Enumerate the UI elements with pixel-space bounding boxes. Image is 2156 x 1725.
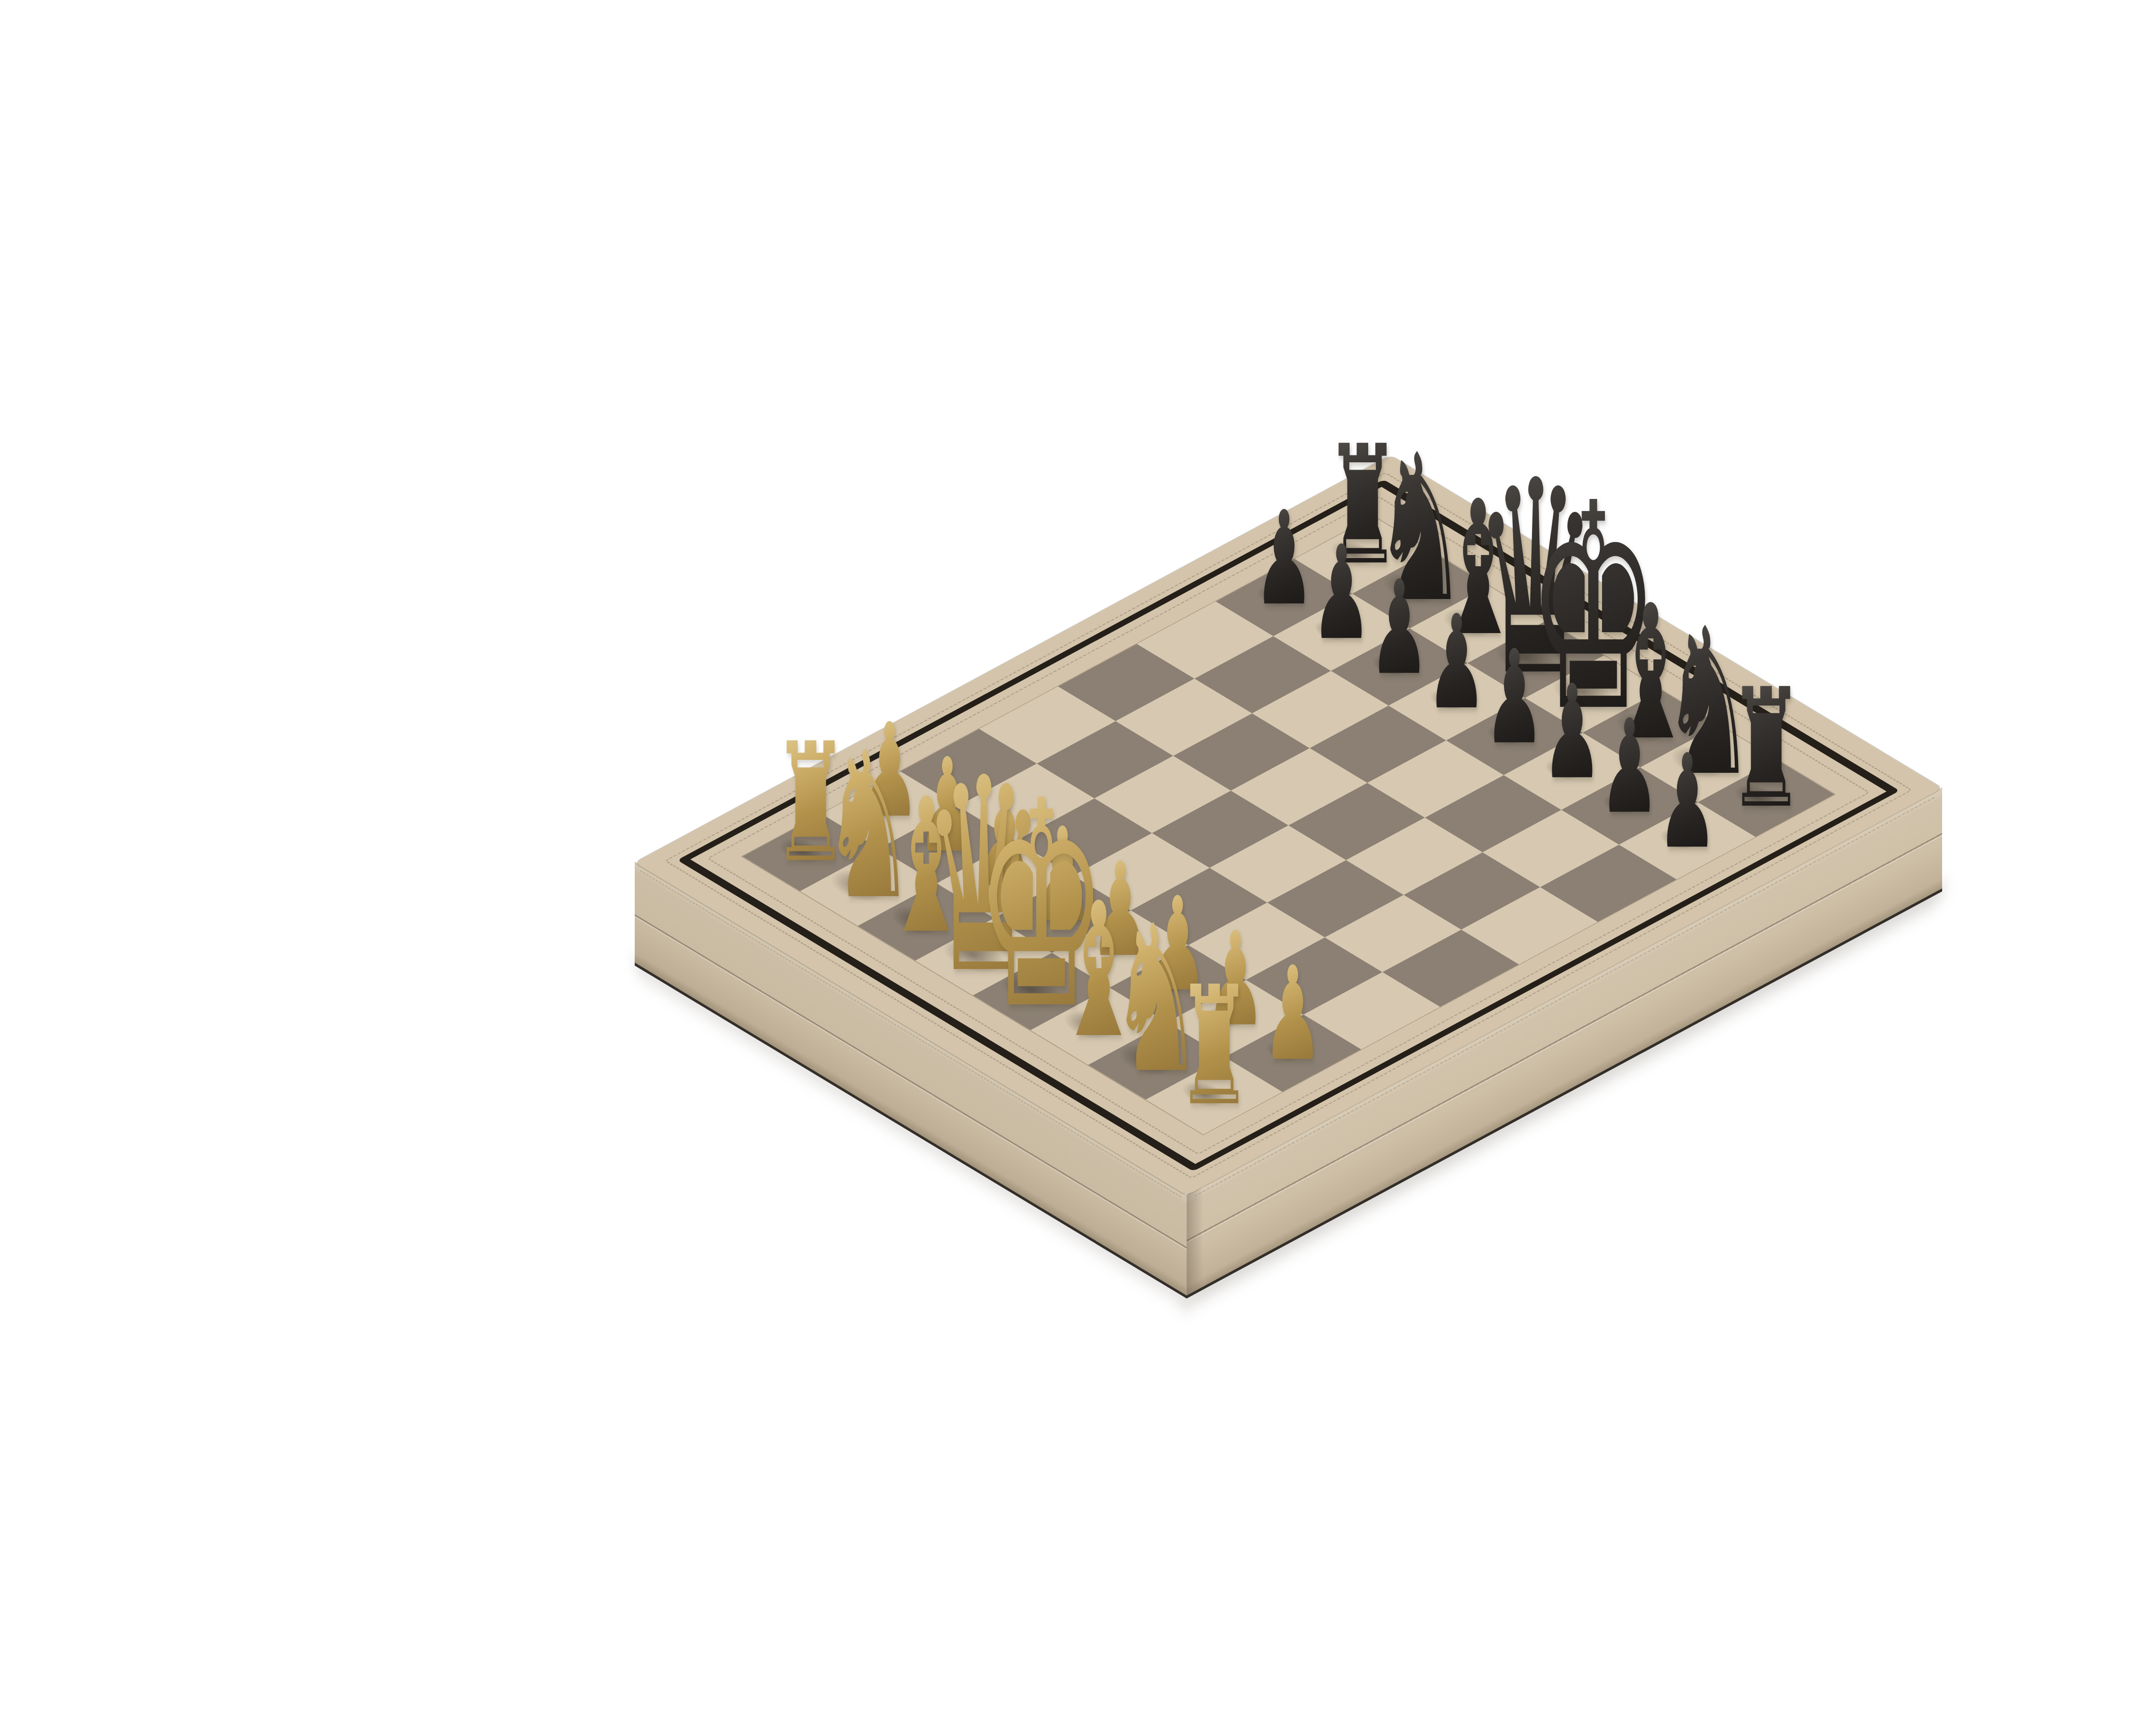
black-pawn-f7[interactable]: ♟ bbox=[1542, 668, 1602, 797]
black-pawn-g7[interactable]: ♟ bbox=[1599, 703, 1660, 832]
black-pawn-a7[interactable]: ♟ bbox=[1254, 494, 1314, 624]
white-rook-h1[interactable]: ♜ bbox=[1176, 965, 1252, 1129]
black-pawn-e7[interactable]: ♟ bbox=[1484, 633, 1545, 762]
white-pawn-h2[interactable]: ♟ bbox=[1263, 950, 1323, 1079]
black-rook-h8[interactable]: ♜ bbox=[1728, 667, 1804, 831]
product-photo-scene: ♜♞♝♛♚♝♞♜♟♟♟♟♟♟♟♟♟♟♟♟♟♟♟♟♜♞♝♛♚♝♞♜ bbox=[0, 0, 2156, 1725]
black-pawn-b7[interactable]: ♟ bbox=[1311, 529, 1372, 658]
black-pawn-h7[interactable]: ♟ bbox=[1657, 737, 1717, 867]
black-pawn-c7[interactable]: ♟ bbox=[1369, 564, 1429, 693]
pieces-layer: ♜♞♝♛♚♝♞♜♟♟♟♟♟♟♟♟♟♟♟♟♟♟♟♟♜♞♝♛♚♝♞♜ bbox=[0, 0, 2156, 1725]
black-pawn-d7[interactable]: ♟ bbox=[1426, 598, 1487, 728]
